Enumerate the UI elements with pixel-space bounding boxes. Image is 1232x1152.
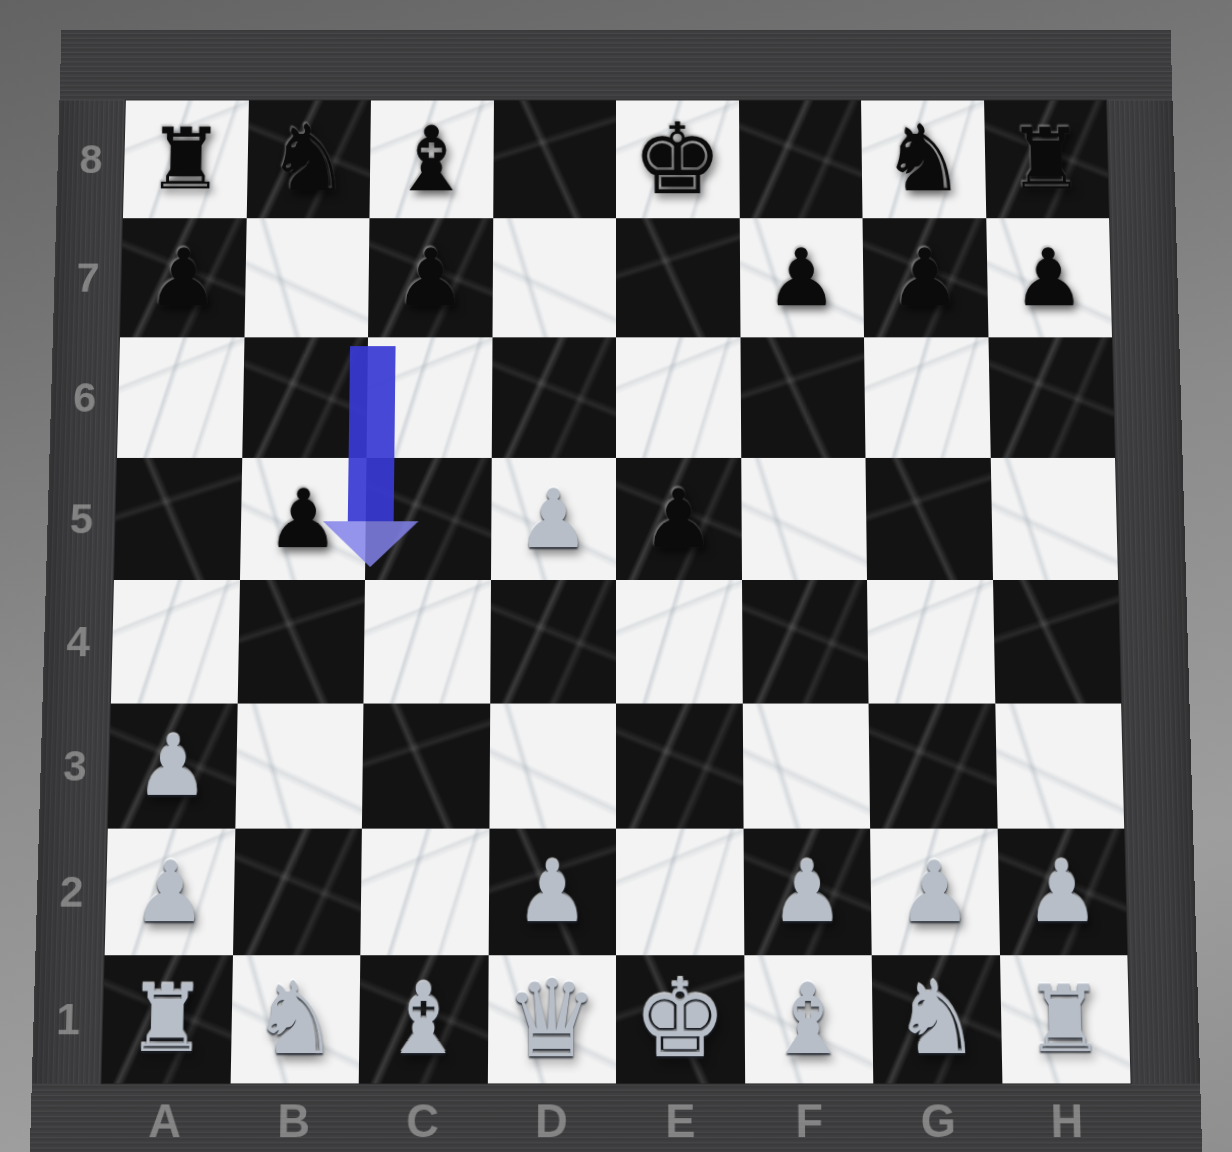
square-f5[interactable] <box>741 458 867 580</box>
piece-black-pawn[interactable]: ♟ <box>120 218 246 337</box>
piece-black-rook[interactable]: ♜ <box>123 100 248 218</box>
square-c3[interactable] <box>362 704 490 829</box>
rank-label-4: 4 <box>42 580 113 704</box>
square-b3[interactable] <box>235 704 364 829</box>
piece-white-bishop[interactable]: ♝ <box>359 955 488 1083</box>
square-a1[interactable]: ♜ <box>101 955 232 1083</box>
square-c8[interactable]: ♝ <box>369 100 493 218</box>
piece-white-queen[interactable]: ♛ <box>487 955 616 1083</box>
piece-white-pawn[interactable]: ♟ <box>870 829 999 956</box>
square-h8[interactable]: ♜ <box>984 100 1109 218</box>
square-h5[interactable] <box>990 458 1118 580</box>
square-a4[interactable] <box>111 580 240 704</box>
square-e1[interactable]: ♚ <box>616 955 745 1083</box>
square-a5[interactable] <box>114 458 242 580</box>
square-g5[interactable] <box>865 458 992 580</box>
square-c4[interactable] <box>363 580 490 704</box>
frame-top-rail <box>60 30 1173 100</box>
file-label-e: E <box>616 1083 745 1152</box>
square-f4[interactable] <box>742 580 869 704</box>
square-f2[interactable]: ♟ <box>743 829 872 956</box>
rank-label-7: 7 <box>53 218 123 337</box>
square-b7[interactable] <box>244 218 369 337</box>
piece-black-bishop[interactable]: ♝ <box>369 100 493 218</box>
square-c2[interactable] <box>360 829 489 956</box>
square-c7[interactable]: ♟ <box>368 218 493 337</box>
piece-black-pawn[interactable]: ♟ <box>368 218 493 337</box>
file-label-g: G <box>873 1083 1003 1152</box>
square-h6[interactable] <box>988 337 1115 458</box>
square-a6[interactable] <box>117 337 244 458</box>
square-a8[interactable]: ♜ <box>123 100 248 218</box>
file-label-c: C <box>358 1083 488 1152</box>
piece-black-pawn[interactable]: ♟ <box>739 218 864 337</box>
square-g6[interactable] <box>864 337 990 458</box>
piece-white-pawn[interactable]: ♟ <box>105 829 235 956</box>
square-d6[interactable] <box>491 337 616 458</box>
piece-black-rook[interactable]: ♜ <box>984 100 1109 218</box>
square-d1[interactable]: ♛ <box>487 955 616 1083</box>
square-e5[interactable]: ♟ <box>616 458 742 580</box>
square-e6[interactable] <box>616 337 741 458</box>
square-e3[interactable] <box>616 704 743 829</box>
square-g2[interactable]: ♟ <box>870 829 999 956</box>
square-h7[interactable]: ♟ <box>986 218 1112 337</box>
square-f1[interactable]: ♝ <box>744 955 873 1083</box>
piece-black-pawn[interactable]: ♟ <box>239 458 366 580</box>
piece-white-pawn[interactable]: ♟ <box>490 458 616 580</box>
piece-white-pawn[interactable]: ♟ <box>997 829 1127 956</box>
square-f8[interactable] <box>739 100 863 218</box>
piece-white-pawn[interactable]: ♟ <box>108 704 237 829</box>
piece-white-knight[interactable]: ♞ <box>872 955 1002 1083</box>
square-d8[interactable] <box>493 100 616 218</box>
piece-white-knight[interactable]: ♞ <box>230 955 360 1083</box>
file-label-h: H <box>1002 1083 1133 1152</box>
rank-label-3: 3 <box>39 704 111 829</box>
piece-black-king[interactable]: ♚ <box>616 100 739 218</box>
piece-black-knight[interactable]: ♞ <box>246 100 371 218</box>
square-a3[interactable]: ♟ <box>108 704 237 829</box>
rank-label-5: 5 <box>46 458 117 580</box>
square-e2[interactable] <box>616 829 744 956</box>
square-g1[interactable]: ♞ <box>872 955 1002 1083</box>
board-assembly: 87654321 ABCDEFGH ♜♞♝♚♞♜♟♟♟♟♟♟♟♟♟♟♟♟♟♟♜♞… <box>30 30 1203 1152</box>
piece-white-rook[interactable]: ♜ <box>1000 955 1131 1083</box>
piece-white-pawn[interactable]: ♟ <box>488 829 616 956</box>
square-g4[interactable] <box>867 580 995 704</box>
rank-label-8: 8 <box>56 100 126 218</box>
square-d7[interactable] <box>492 218 616 337</box>
rank-label-1: 1 <box>32 955 105 1083</box>
piece-black-pawn[interactable]: ♟ <box>863 218 988 337</box>
square-b5[interactable]: ♟ <box>239 458 366 580</box>
square-g7[interactable]: ♟ <box>863 218 988 337</box>
piece-white-king[interactable]: ♚ <box>616 955 745 1083</box>
chess-app-scene: 87654321 ABCDEFGH ♜♞♝♚♞♜♟♟♟♟♟♟♟♟♟♟♟♟♟♟♜♞… <box>0 0 1232 1152</box>
square-h3[interactable] <box>995 704 1124 829</box>
square-b4[interactable] <box>237 580 365 704</box>
square-h1[interactable]: ♜ <box>1000 955 1131 1083</box>
file-label-a: A <box>100 1083 231 1152</box>
piece-black-pawn[interactable]: ♟ <box>986 218 1112 337</box>
piece-white-pawn[interactable]: ♟ <box>743 829 872 956</box>
piece-white-rook[interactable]: ♜ <box>101 955 232 1083</box>
square-a2[interactable]: ♟ <box>105 829 235 956</box>
square-c1[interactable]: ♝ <box>359 955 488 1083</box>
chess-board[interactable]: ♜♞♝♚♞♜♟♟♟♟♟♟♟♟♟♟♟♟♟♟♜♞♝♛♚♝♞♜ <box>101 100 1130 1083</box>
square-f7[interactable]: ♟ <box>739 218 864 337</box>
file-label-b: B <box>229 1083 359 1152</box>
square-b2[interactable] <box>232 829 361 956</box>
square-h2[interactable]: ♟ <box>997 829 1127 956</box>
square-d2[interactable]: ♟ <box>488 829 616 956</box>
file-labels: ABCDEFGH <box>100 1083 1133 1152</box>
rank-label-2: 2 <box>35 829 107 956</box>
square-f3[interactable] <box>742 704 870 829</box>
square-g8[interactable]: ♞ <box>861 100 986 218</box>
square-b8[interactable]: ♞ <box>246 100 371 218</box>
rank-label-6: 6 <box>49 337 120 458</box>
piece-black-knight[interactable]: ♞ <box>861 100 986 218</box>
square-e8[interactable]: ♚ <box>616 100 739 218</box>
square-e7[interactable] <box>616 218 740 337</box>
square-h4[interactable] <box>993 580 1122 704</box>
file-label-f: F <box>745 1083 875 1152</box>
square-d3[interactable] <box>489 704 616 829</box>
piece-black-pawn[interactable]: ♟ <box>616 458 742 580</box>
square-d5[interactable]: ♟ <box>490 458 616 580</box>
square-a7[interactable]: ♟ <box>120 218 246 337</box>
file-label-d: D <box>487 1083 616 1152</box>
piece-white-bishop[interactable]: ♝ <box>744 955 873 1083</box>
square-f6[interactable] <box>740 337 865 458</box>
square-d4[interactable] <box>490 580 616 704</box>
square-b1[interactable]: ♞ <box>230 955 360 1083</box>
square-e4[interactable] <box>616 580 742 704</box>
square-g3[interactable] <box>869 704 998 829</box>
